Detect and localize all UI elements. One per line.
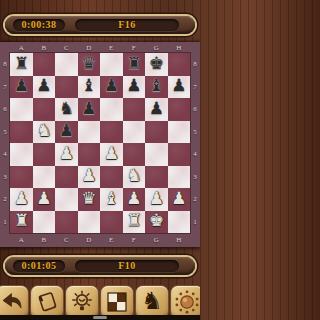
square-f8[interactable]: ♜ <box>123 53 146 76</box>
square-g6[interactable]: ♟ <box>145 98 168 121</box>
piece-black-queen: ♛ <box>81 55 96 72</box>
piece-black-bishop: ♝ <box>149 77 164 94</box>
rank-label-1: 1 <box>0 211 10 234</box>
piece-black-pawn: ♟ <box>36 77 51 94</box>
square-e2[interactable]: ♝ <box>100 188 123 211</box>
square-a3[interactable] <box>10 166 33 189</box>
piece-black-rook: ♜ <box>126 55 141 72</box>
square-g7[interactable]: ♝ <box>145 76 168 99</box>
piece-white-pawn: ♟ <box>81 167 96 184</box>
square-h1[interactable] <box>168 211 191 234</box>
piece-white-queen: ♛ <box>81 190 96 207</box>
hint-button[interactable] <box>66 286 98 318</box>
square-b6[interactable] <box>33 98 56 121</box>
square-d7[interactable]: ♝ <box>78 76 101 99</box>
square-d8[interactable]: ♛ <box>78 53 101 76</box>
rank-label-1: 1 <box>190 211 200 234</box>
rank-label-6: 6 <box>190 98 200 121</box>
square-b4[interactable] <box>33 143 56 166</box>
piece-black-pawn: ♟ <box>149 100 164 117</box>
square-g3[interactable] <box>145 166 168 189</box>
square-f3[interactable]: ♞ <box>123 166 146 189</box>
theme-button[interactable] <box>171 286 200 318</box>
square-c3[interactable] <box>55 166 78 189</box>
file-label-d: D <box>78 233 101 247</box>
piece-white-pawn: ♟ <box>171 190 186 207</box>
file-label-e: E <box>100 233 123 247</box>
square-a6[interactable] <box>10 98 33 121</box>
rank-label-7: 7 <box>190 76 200 99</box>
square-f4[interactable] <box>123 143 146 166</box>
square-g8[interactable]: ♚ <box>145 53 168 76</box>
square-b5[interactable]: ♞ <box>33 121 56 144</box>
rank-label-8: 8 <box>190 53 200 76</box>
square-b3[interactable] <box>33 166 56 189</box>
square-h2[interactable]: ♟ <box>168 188 191 211</box>
bottom-level-label: F10 <box>118 261 136 271</box>
board-view-button[interactable] <box>101 286 133 318</box>
file-label-b: B <box>33 233 56 247</box>
square-c4[interactable]: ♟ <box>55 143 78 166</box>
square-b7[interactable]: ♟ <box>33 76 56 99</box>
square-a7[interactable]: ♟ <box>10 76 33 99</box>
square-a1[interactable]: ♜ <box>10 211 33 234</box>
top-level-label: F16 <box>118 20 136 30</box>
square-c1[interactable] <box>55 211 78 234</box>
file-label-d: D <box>78 42 101 53</box>
piece-white-pawn: ♟ <box>104 145 119 162</box>
rank-label-5: 5 <box>0 121 10 144</box>
file-label-f: F <box>123 233 146 247</box>
square-c2[interactable] <box>55 188 78 211</box>
toolbar: ♞ <box>0 286 200 318</box>
square-e7[interactable]: ♟ <box>100 76 123 99</box>
square-c7[interactable] <box>55 76 78 99</box>
nav-handle[interactable] <box>93 316 107 319</box>
square-a5[interactable] <box>10 121 33 144</box>
scroll-icon <box>35 290 59 314</box>
checkerboard-icon <box>105 290 129 314</box>
rank-label-8: 8 <box>0 53 10 76</box>
file-label-b: B <box>33 42 56 53</box>
moves-button[interactable] <box>31 286 63 318</box>
rank-label-3: 3 <box>190 166 200 189</box>
piece-white-pawn: ♟ <box>126 190 141 207</box>
square-d4[interactable] <box>78 143 101 166</box>
piece-white-pawn: ♟ <box>59 145 74 162</box>
square-f1[interactable]: ♜ <box>123 211 146 234</box>
file-label-a: A <box>10 233 33 247</box>
rank-label-5: 5 <box>190 121 200 144</box>
board: ♜♛♜♚♟♟♝♟♟♝♟♞♟♟♞♟♟♟♟♞♟♟♛♝♟♟♟♜♜♚ <box>10 53 190 233</box>
rank-labels-left: 87654321 <box>0 53 10 233</box>
square-a4[interactable] <box>10 143 33 166</box>
piece-black-pawn: ♟ <box>81 100 96 117</box>
square-a2[interactable]: ♟ <box>10 188 33 211</box>
piece-black-king: ♚ <box>149 55 164 72</box>
piece-white-pawn: ♟ <box>149 190 164 207</box>
rank-label-6: 6 <box>0 98 10 121</box>
square-b8[interactable] <box>33 53 56 76</box>
square-g5[interactable] <box>145 121 168 144</box>
top-level-display: F16 <box>75 19 179 31</box>
piece-white-rook: ♜ <box>14 212 29 229</box>
square-d2[interactable]: ♛ <box>78 188 101 211</box>
square-a8[interactable]: ♜ <box>10 53 33 76</box>
square-h5[interactable] <box>168 121 191 144</box>
square-b1[interactable] <box>33 211 56 234</box>
piece-black-pawn: ♟ <box>126 77 141 94</box>
square-h3[interactable] <box>168 166 191 189</box>
square-e3[interactable] <box>100 166 123 189</box>
square-e6[interactable] <box>100 98 123 121</box>
piece-white-bishop: ♝ <box>104 190 119 207</box>
bottom-clock-bar: 0:01:05 F10 <box>5 257 195 275</box>
top-clock-bar: 0:00:38 F16 <box>5 16 195 34</box>
lightbulb-icon <box>70 290 94 314</box>
file-label-e: E <box>100 42 123 53</box>
square-e4[interactable]: ♟ <box>100 143 123 166</box>
file-label-h: H <box>168 233 191 247</box>
white-clock-time: 0:01:05 <box>21 261 56 271</box>
piece-white-king: ♚ <box>149 212 164 229</box>
piece-black-knight: ♞ <box>59 100 74 117</box>
undo-button[interactable] <box>0 286 28 318</box>
black-clock: 0:00:38 <box>13 19 65 31</box>
file-label-f: F <box>123 42 146 53</box>
piece-black-rook: ♜ <box>14 55 29 72</box>
file-label-g: G <box>145 233 168 247</box>
square-h8[interactable] <box>168 53 191 76</box>
piece-black-bishop: ♝ <box>81 77 96 94</box>
file-label-c: C <box>55 42 78 53</box>
square-f2[interactable]: ♟ <box>123 188 146 211</box>
square-d1[interactable] <box>78 211 101 234</box>
pieces-button[interactable]: ♞ <box>136 286 168 318</box>
rank-label-7: 7 <box>0 76 10 99</box>
white-clock: 0:01:05 <box>13 260 65 272</box>
board-frame: ABCDEFGH ABCDEFGH 87654321 87654321 ♜♛♜♚… <box>0 42 200 247</box>
rank-label-3: 3 <box>0 166 10 189</box>
square-e5[interactable] <box>100 121 123 144</box>
piece-white-knight: ♞ <box>36 122 51 139</box>
piece-black-pawn: ♟ <box>14 77 29 94</box>
square-f5[interactable] <box>123 121 146 144</box>
piece-white-knight: ♞ <box>126 167 141 184</box>
rank-labels-right: 87654321 <box>190 53 200 233</box>
square-f6[interactable] <box>123 98 146 121</box>
square-d3[interactable]: ♟ <box>78 166 101 189</box>
square-e8[interactable] <box>100 53 123 76</box>
square-g4[interactable] <box>145 143 168 166</box>
knight-icon: ♞ <box>141 289 163 313</box>
piece-black-pawn: ♟ <box>104 77 119 94</box>
file-labels-bottom: ABCDEFGH <box>10 233 190 247</box>
square-c6[interactable]: ♞ <box>55 98 78 121</box>
square-h6[interactable] <box>168 98 191 121</box>
square-e1[interactable] <box>100 211 123 234</box>
piece-black-pawn: ♟ <box>59 122 74 139</box>
square-g1[interactable]: ♚ <box>145 211 168 234</box>
rank-label-4: 4 <box>0 143 10 166</box>
square-b2[interactable]: ♟ <box>33 188 56 211</box>
file-label-a: A <box>10 42 33 53</box>
black-clock-time: 0:00:38 <box>21 20 56 30</box>
bottom-nav-strip <box>0 315 200 320</box>
square-h4[interactable] <box>168 143 191 166</box>
undo-arrow-icon <box>0 290 24 314</box>
piece-white-rook: ♜ <box>126 212 141 229</box>
piece-white-pawn: ♟ <box>14 190 29 207</box>
square-d5[interactable] <box>78 121 101 144</box>
file-labels-top: ABCDEFGH <box>10 42 190 53</box>
square-d6[interactable]: ♟ <box>78 98 101 121</box>
file-label-h: H <box>168 42 191 53</box>
file-label-c: C <box>55 233 78 247</box>
sun-icon <box>174 289 200 315</box>
rank-label-4: 4 <box>190 143 200 166</box>
square-c5[interactable]: ♟ <box>55 121 78 144</box>
square-c8[interactable] <box>55 53 78 76</box>
rank-label-2: 2 <box>0 188 10 211</box>
file-label-g: G <box>145 42 168 53</box>
square-g2[interactable]: ♟ <box>145 188 168 211</box>
piece-black-pawn: ♟ <box>171 77 186 94</box>
bottom-level-display: F10 <box>75 260 179 272</box>
piece-white-pawn: ♟ <box>36 190 51 207</box>
rank-label-2: 2 <box>190 188 200 211</box>
square-f7[interactable]: ♟ <box>123 76 146 99</box>
square-h7[interactable]: ♟ <box>168 76 191 99</box>
